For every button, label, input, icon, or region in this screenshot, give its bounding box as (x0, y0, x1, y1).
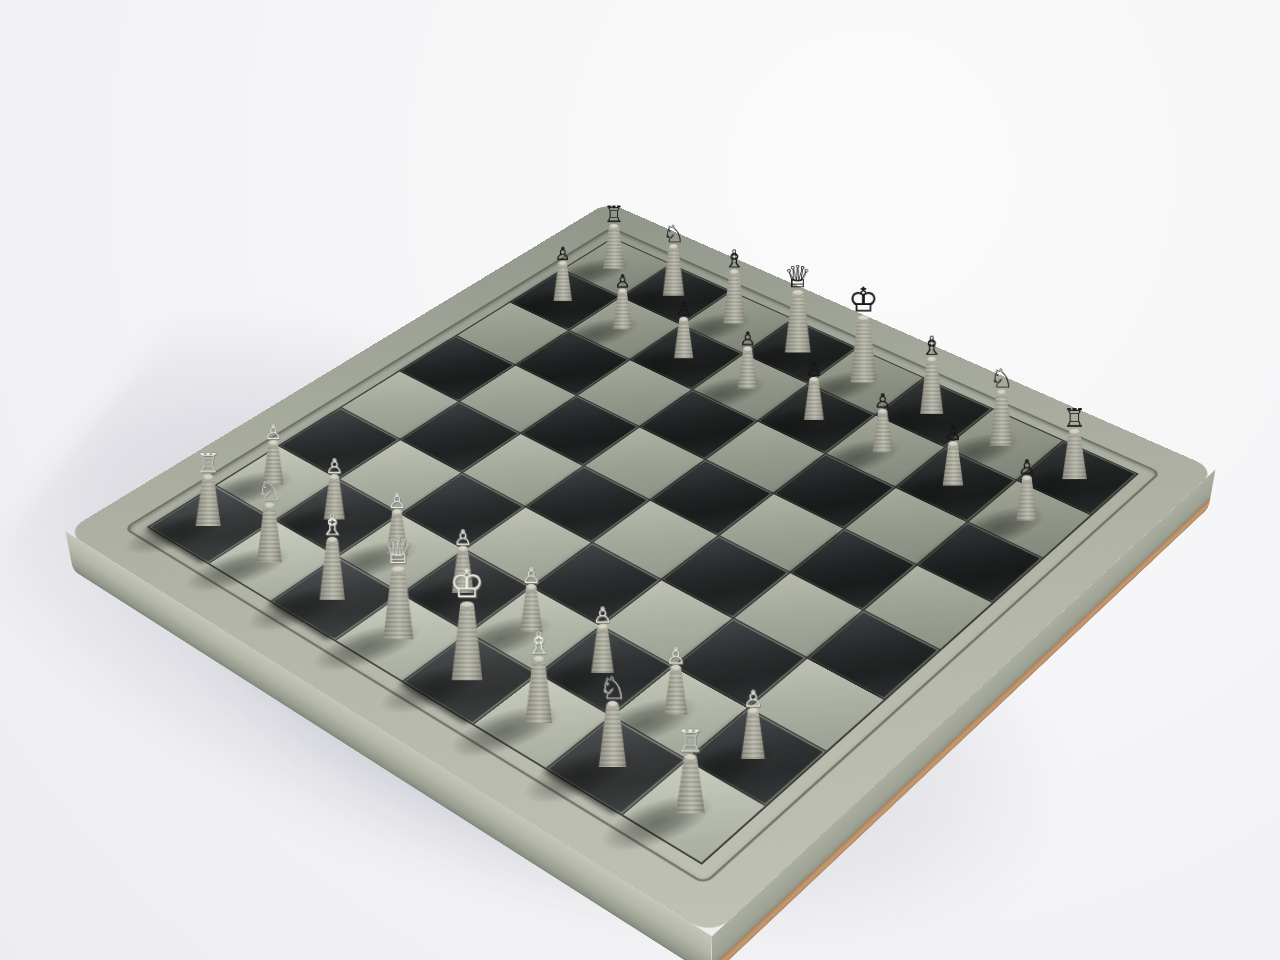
concrete-cone-body (551, 263, 574, 301)
black-pawn-piece: ♙ (611, 272, 635, 329)
black-pawn-glyph: ♙ (945, 423, 963, 443)
white-queen-glyph: ♕ (382, 533, 414, 568)
black-knight-piece: ♘ (660, 222, 687, 296)
black-pawn-piece: ♙ (941, 423, 967, 486)
concrete-cone-body (317, 540, 349, 600)
black-bishop-piece: ♗ (721, 247, 748, 324)
white-rook-piece: ♖ (192, 450, 223, 526)
white-pawn-glyph: ♙ (522, 564, 541, 585)
concrete-cone-body (600, 227, 627, 269)
white-pawn-glyph: ♙ (388, 491, 406, 512)
black-pawn-glyph: ♙ (676, 300, 693, 318)
white-bishop-glyph: ♗ (320, 511, 346, 539)
black-pawn-piece: ♙ (551, 245, 574, 301)
white-pawn-piece: ♙ (518, 564, 546, 631)
black-pawn-piece: ♙ (672, 300, 696, 358)
concrete-cone-body (588, 627, 616, 673)
concrete-cone-body (253, 506, 284, 563)
black-bishop-glyph: ♗ (724, 247, 746, 271)
concrete-cone-body (1014, 478, 1040, 520)
concrete-cone-body (662, 668, 691, 715)
white-knight-piece: ♘ (596, 673, 630, 768)
white-pawn-glyph: ♙ (265, 422, 283, 442)
black-bishop-glyph: ♗ (920, 333, 943, 359)
black-pawn-glyph: ♙ (1018, 457, 1036, 477)
white-bishop-piece: ♗ (521, 628, 555, 723)
black-pawn-piece: ♙ (802, 360, 827, 420)
black-rook-glyph: ♖ (1063, 405, 1086, 431)
concrete-cone-body (802, 380, 827, 420)
concrete-cone-body (739, 711, 769, 759)
black-queen-piece: ♕ (782, 262, 814, 353)
black-knight-glyph: ♘ (990, 365, 1014, 391)
white-bishop-piece: ♗ (317, 511, 349, 601)
concrete-cone-body (448, 605, 486, 681)
concrete-cone-body (870, 411, 895, 452)
black-king-glyph: ♔ (848, 283, 878, 317)
photo-backdrop: ♖♘♗♕♔♗♘♖♙♙♙♙♙♙♙♙♙♙♙♙♙♙♙♙♖♘♗♕♔♗♘♖ (0, 0, 1280, 960)
white-pawn-piece: ♙ (588, 604, 616, 673)
black-bishop-piece: ♗ (917, 333, 946, 414)
black-rook-piece: ♖ (1059, 405, 1090, 479)
white-pawn-glyph: ♙ (325, 456, 343, 476)
white-rook-piece: ♖ (672, 726, 708, 814)
white-queen-piece: ♕ (379, 533, 417, 639)
concrete-cone-body (672, 320, 696, 359)
concrete-cone-body (987, 393, 1016, 446)
black-pawn-glyph: ♙ (739, 329, 756, 348)
black-pawn-piece: ♙ (1014, 457, 1040, 521)
concrete-cone-body (379, 570, 417, 640)
white-king-glyph: ♔ (449, 564, 484, 603)
white-pawn-piece: ♙ (662, 645, 691, 715)
black-pawn-glyph: ♙ (555, 245, 571, 263)
black-knight-piece: ♘ (987, 365, 1016, 446)
concrete-cone-body (941, 444, 967, 486)
white-knight-glyph: ♘ (599, 673, 627, 704)
board-field: ♖♘♗♕♔♗♘♖♙♙♙♙♙♙♙♙♙♙♙♙♙♙♙♙♖♘♗♕♔♗♘♖ (147, 237, 1139, 864)
white-rook-glyph: ♖ (196, 450, 220, 476)
black-queen-glyph: ♕ (784, 262, 811, 292)
black-pawn-glyph: ♙ (874, 391, 891, 410)
white-bishop-glyph: ♗ (525, 628, 552, 658)
black-pawn-glyph: ♙ (614, 272, 630, 290)
concrete-cone-body (847, 318, 880, 383)
white-pawn-glyph: ♙ (454, 527, 473, 548)
white-pawn-piece: ♙ (739, 687, 769, 759)
concrete-cone-body (917, 359, 946, 413)
white-king-piece: ♔ (448, 564, 486, 680)
concrete-cone-body (521, 659, 555, 723)
black-pawn-piece: ♙ (736, 329, 760, 388)
black-pawn-glyph: ♙ (805, 360, 822, 379)
black-king-piece: ♔ (847, 283, 880, 382)
concrete-cone-body (672, 758, 708, 814)
white-rook-glyph: ♖ (677, 726, 704, 756)
concrete-cone-body (596, 705, 630, 768)
dark-square-tile (653, 461, 771, 533)
white-pawn-glyph: ♙ (666, 645, 686, 667)
concrete-cone-body (192, 477, 223, 526)
white-pawn-glyph: ♙ (593, 604, 613, 626)
concrete-cone-body (1059, 432, 1090, 479)
concrete-cone-body (721, 272, 748, 324)
square-h6[interactable] (918, 523, 1042, 602)
black-pawn-piece: ♙ (870, 391, 895, 452)
concrete-cone-body (611, 291, 635, 329)
concrete-cone-body (736, 349, 760, 389)
concrete-cone-body (782, 293, 814, 353)
concrete-cone-body (660, 247, 687, 296)
black-rook-piece: ♖ (600, 203, 627, 269)
white-pawn-glyph: ♙ (743, 687, 763, 710)
black-rook-glyph: ♖ (604, 203, 624, 226)
white-knight-glyph: ♘ (256, 477, 281, 505)
board-slab-top: ♖♘♗♕♔♗♘♖♙♙♙♙♙♙♙♙♙♙♙♙♙♙♙♙♖♘♗♕♔♗♘♖ (66, 202, 1216, 936)
white-knight-piece: ♘ (253, 477, 284, 563)
black-knight-glyph: ♘ (662, 222, 684, 246)
